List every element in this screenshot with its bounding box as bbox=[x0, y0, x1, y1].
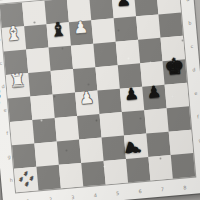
square-c8 bbox=[160, 36, 184, 61]
label-right-e: e bbox=[192, 82, 199, 106]
square-e5 bbox=[97, 89, 121, 114]
square-b8 bbox=[158, 12, 182, 37]
label-bottom-8: 8 bbox=[173, 183, 196, 192]
square-h4 bbox=[81, 161, 105, 186]
square-f8 bbox=[167, 106, 191, 131]
square-h5 bbox=[104, 159, 128, 184]
square-a1 bbox=[0, 3, 24, 28]
square-b4: ♟ bbox=[69, 20, 93, 45]
square-b7 bbox=[136, 14, 160, 39]
square-e2 bbox=[30, 95, 54, 120]
square-d6 bbox=[118, 63, 142, 88]
label-right-h: h bbox=[198, 152, 200, 176]
square-a5 bbox=[89, 0, 113, 20]
square-c2 bbox=[26, 48, 50, 73]
square-h3 bbox=[59, 163, 83, 188]
square-h7 bbox=[148, 155, 172, 180]
square-d8: ♚ bbox=[163, 59, 187, 84]
square-f5 bbox=[99, 112, 123, 137]
square-c5 bbox=[93, 42, 117, 67]
label-bottom-3: 3 bbox=[61, 193, 84, 200]
square-f7 bbox=[144, 108, 168, 133]
square-a3 bbox=[44, 0, 68, 24]
square-f6 bbox=[122, 110, 146, 135]
square-h1: ♞♞♞♞ bbox=[14, 167, 38, 192]
square-g8 bbox=[169, 130, 193, 155]
label-bottom-4: 4 bbox=[84, 191, 107, 200]
square-b3: ♝ bbox=[47, 22, 71, 47]
photo-stage: ♞US CHESS 12345678 abcdefgh abcdefgh ♟♝♝… bbox=[0, 0, 200, 200]
square-h2 bbox=[36, 165, 60, 190]
square-g1 bbox=[12, 143, 36, 168]
label-bottom-1: 1 bbox=[17, 197, 40, 200]
square-e3 bbox=[53, 93, 77, 118]
square-c4 bbox=[71, 44, 95, 69]
label-bottom-2: 2 bbox=[39, 195, 62, 200]
square-c1 bbox=[4, 50, 28, 75]
square-f4 bbox=[77, 114, 101, 139]
square-d2 bbox=[28, 71, 52, 96]
label-right-g: g bbox=[196, 129, 200, 153]
square-b5 bbox=[91, 18, 115, 43]
label-right-b: b bbox=[186, 11, 193, 35]
square-e8 bbox=[165, 83, 189, 108]
square-c6 bbox=[116, 40, 140, 65]
label-right-c: c bbox=[188, 35, 195, 59]
label-right-a: a bbox=[184, 0, 191, 12]
square-c7 bbox=[138, 38, 162, 63]
board-grid: ♟♝♝♟♜♚♟♟♟♞♞♞♞ bbox=[0, 0, 195, 192]
square-g7 bbox=[146, 132, 170, 157]
square-b1: ♝ bbox=[2, 26, 26, 51]
square-a4 bbox=[67, 0, 91, 22]
chess-board: ♞US CHESS 12345678 abcdefgh abcdefgh ♟♝♝… bbox=[0, 0, 200, 200]
square-h8 bbox=[171, 153, 195, 178]
square-e1 bbox=[8, 96, 32, 121]
square-d4 bbox=[73, 67, 97, 92]
square-a6: ♟ bbox=[112, 0, 136, 18]
square-g2 bbox=[34, 141, 58, 166]
square-d5 bbox=[95, 65, 119, 90]
square-g4 bbox=[79, 138, 103, 163]
square-e7: ♟ bbox=[142, 85, 166, 110]
label-right-d: d bbox=[190, 58, 197, 82]
square-e4: ♟ bbox=[75, 91, 99, 116]
square-b2 bbox=[24, 24, 48, 49]
square-b6 bbox=[114, 16, 138, 41]
corner-knight-logo: ♞♞♞♞ bbox=[15, 168, 38, 191]
square-f3 bbox=[55, 116, 79, 141]
square-d3 bbox=[51, 69, 75, 94]
square-c3 bbox=[49, 46, 73, 71]
square-g3 bbox=[57, 139, 81, 164]
label-bottom-7: 7 bbox=[151, 185, 174, 194]
square-e6: ♟ bbox=[120, 87, 144, 112]
label-bottom-5: 5 bbox=[106, 189, 129, 198]
label-right-f: f bbox=[194, 105, 200, 129]
square-h6 bbox=[126, 157, 150, 182]
square-d7 bbox=[140, 61, 164, 86]
square-f1 bbox=[10, 120, 34, 145]
square-a2 bbox=[22, 1, 46, 26]
square-d1: ♜ bbox=[6, 73, 30, 98]
piece-black-pawn-a6: ♟ bbox=[115, 0, 131, 13]
square-f2 bbox=[32, 118, 56, 143]
label-bottom-6: 6 bbox=[129, 187, 152, 196]
